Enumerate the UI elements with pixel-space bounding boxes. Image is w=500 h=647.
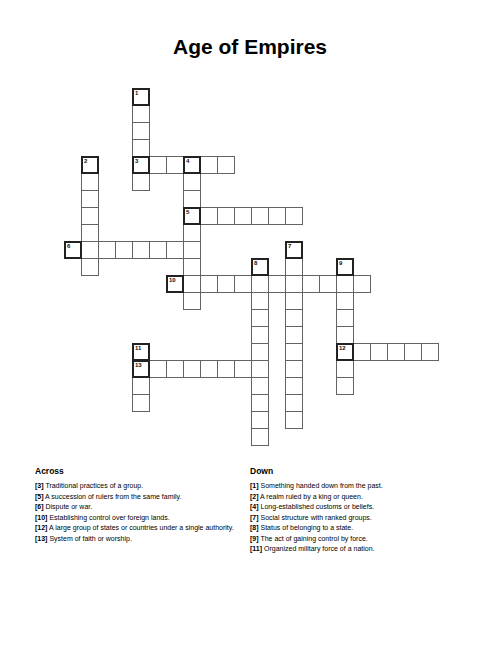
grid-cell[interactable] [183,275,201,293]
grid-cell[interactable] [251,428,269,446]
grid-cell[interactable] [285,207,303,225]
clue-item-number: [12] [35,524,47,531]
clue-item-number: [7] [250,514,259,521]
grid-cell[interactable] [183,258,201,276]
grid-cell[interactable] [251,411,269,429]
clue-number: 10 [169,277,176,284]
clue-number: 3 [135,158,138,165]
grid-cell[interactable]: 6 [64,241,82,259]
clue-number: 1 [135,90,138,97]
grid-cell[interactable] [336,377,354,395]
grid-cell[interactable] [166,241,184,259]
clue-item-number: [3] [35,482,44,489]
grid-cell[interactable] [251,309,269,327]
grid-cell[interactable] [353,343,371,361]
grid-cell[interactable] [251,275,269,293]
clue-item: [12] A large group of states or countrie… [35,523,239,534]
grid-cell[interactable] [81,224,99,242]
clue-item-number: [5] [35,493,44,500]
grid-cell[interactable] [81,190,99,208]
grid-cell[interactable] [268,207,286,225]
grid-cell[interactable] [132,139,150,157]
grid-cell[interactable] [251,377,269,395]
grid-cell[interactable] [285,275,303,293]
grid-cell[interactable] [319,275,337,293]
clue-item: [4] Long-established customs or beliefs. [250,502,465,513]
crossword-grid: 12345678910111213 [64,88,440,447]
grid-cell[interactable] [183,190,201,208]
grid-cell[interactable] [81,207,99,225]
grid-cell[interactable] [200,207,218,225]
grid-cell[interactable] [336,292,354,310]
grid-cell[interactable] [336,275,354,293]
grid-cell[interactable] [336,309,354,327]
clue-item: [10] Establishing control over foreign l… [35,513,239,524]
grid-cell[interactable] [251,326,269,344]
clue-number: 8 [254,260,257,267]
grid-cell[interactable] [336,360,354,378]
grid-cell[interactable] [183,360,201,378]
grid-cell[interactable] [251,360,269,378]
grid-cell[interactable] [132,105,150,123]
grid-cell[interactable] [387,343,405,361]
clue-item: [11] Organized military force of a natio… [250,544,465,555]
clue-number: 13 [135,362,142,369]
grid-cell[interactable] [166,360,184,378]
across-clues: Across [3] Traditional practices of a gr… [35,466,239,544]
clue-item-number: [10] [35,514,47,521]
grid-cell[interactable] [115,241,133,259]
across-header: Across [35,466,239,476]
clue-item-number: [6] [35,503,44,510]
clue-item: [9] The act of gaining control by force. [250,534,465,545]
grid-cell[interactable]: 11 [132,343,150,361]
grid-cell[interactable]: 9 [336,258,354,276]
grid-cell[interactable] [285,394,303,412]
clue-item-number: [13] [35,535,47,542]
grid-cell[interactable] [251,343,269,361]
grid-cell[interactable] [370,343,388,361]
grid-cell[interactable]: 5 [183,207,201,225]
clue-number: 2 [84,158,87,165]
across-clue-list: [3] Traditional practices of a group.[5]… [35,481,239,544]
grid-cell[interactable] [285,326,303,344]
clue-number: 11 [135,345,141,352]
grid-cell[interactable]: 3 [132,156,150,174]
clue-item: [7] Social structure with ranked groups. [250,513,465,524]
grid-cell[interactable] [285,360,303,378]
grid-cell[interactable] [132,394,150,412]
clue-number: 4 [186,158,189,165]
clue-item-number: [11] [250,545,262,552]
grid-cell[interactable]: 8 [251,258,269,276]
grid-cell[interactable] [132,377,150,395]
clue-item: [2] A realm ruled by a king or queen. [250,492,465,503]
clue-item: [3] Traditional practices of a group. [35,481,239,492]
puzzle-title: Age of Empires [0,35,500,59]
grid-cell[interactable] [200,156,218,174]
grid-cell[interactable] [183,241,201,259]
grid-cell[interactable] [149,156,167,174]
grid-cell[interactable] [285,309,303,327]
clue-item: [13] System of faith or worship. [35,534,239,545]
clue-item: [5] A succession of rulers from the same… [35,492,239,503]
grid-cell[interactable] [251,394,269,412]
clue-number: 12 [339,345,346,352]
grid-cell[interactable]: 12 [336,343,354,361]
grid-cell[interactable] [217,207,235,225]
grid-cell[interactable] [132,241,150,259]
grid-cell[interactable] [81,241,99,259]
clue-number: 6 [67,243,70,250]
grid-cell[interactable] [285,377,303,395]
grid-cell[interactable] [285,411,303,429]
clue-item-number: [9] [250,535,259,542]
grid-cell[interactable] [200,275,218,293]
grid-cell[interactable] [200,360,218,378]
grid-cell[interactable] [217,360,235,378]
grid-cell[interactable] [132,122,150,140]
grid-cell[interactable] [183,292,201,310]
grid-cell[interactable] [166,156,184,174]
grid-cell[interactable]: 4 [183,156,201,174]
grid-cell[interactable] [285,292,303,310]
clue-number: 5 [186,209,189,216]
down-header: Down [250,466,465,476]
down-clues: Down [1] Something handed down from the … [250,466,465,555]
grid-cell[interactable] [183,173,201,191]
grid-cell[interactable] [81,258,99,276]
grid-cell[interactable] [251,207,269,225]
grid-cell[interactable] [251,292,269,310]
grid-cell[interactable] [217,275,235,293]
grid-cell[interactable]: 2 [81,156,99,174]
grid-cell[interactable] [285,343,303,361]
clue-item-number: [8] [250,524,259,531]
clue-item-number: [4] [250,503,259,510]
grid-cell[interactable] [353,275,371,293]
clue-item-number: [2] [250,493,259,500]
clue-item: [1] Something handed down from the past. [250,481,465,492]
grid-cell[interactable] [234,207,252,225]
grid-cell[interactable] [132,173,150,191]
grid-cell[interactable]: 13 [132,360,150,378]
grid-cell[interactable] [268,275,286,293]
grid-cell[interactable] [149,241,167,259]
grid-cell[interactable]: 10 [166,275,184,293]
clue-item-number: [1] [250,482,259,489]
grid-cell[interactable] [149,360,167,378]
grid-cell[interactable]: 7 [285,241,303,259]
down-clue-list: [1] Something handed down from the past.… [250,481,465,555]
grid-cell[interactable] [183,224,201,242]
clue-number: 9 [339,260,342,267]
grid-cell[interactable]: 1 [132,88,150,106]
grid-cell[interactable] [285,258,303,276]
grid-cell[interactable] [234,275,252,293]
grid-cell[interactable] [404,343,422,361]
clue-item: [8] Status of belonging to a state. [250,523,465,534]
clue-number: 7 [288,243,291,250]
grid-cell[interactable] [234,360,252,378]
grid-cell[interactable] [336,326,354,344]
grid-cell[interactable] [81,173,99,191]
grid-cell[interactable] [302,275,320,293]
grid-cell[interactable] [421,343,439,361]
clue-item: [6] Dispute or war. [35,502,239,513]
grid-cell[interactable] [98,241,116,259]
grid-cell[interactable] [217,156,235,174]
